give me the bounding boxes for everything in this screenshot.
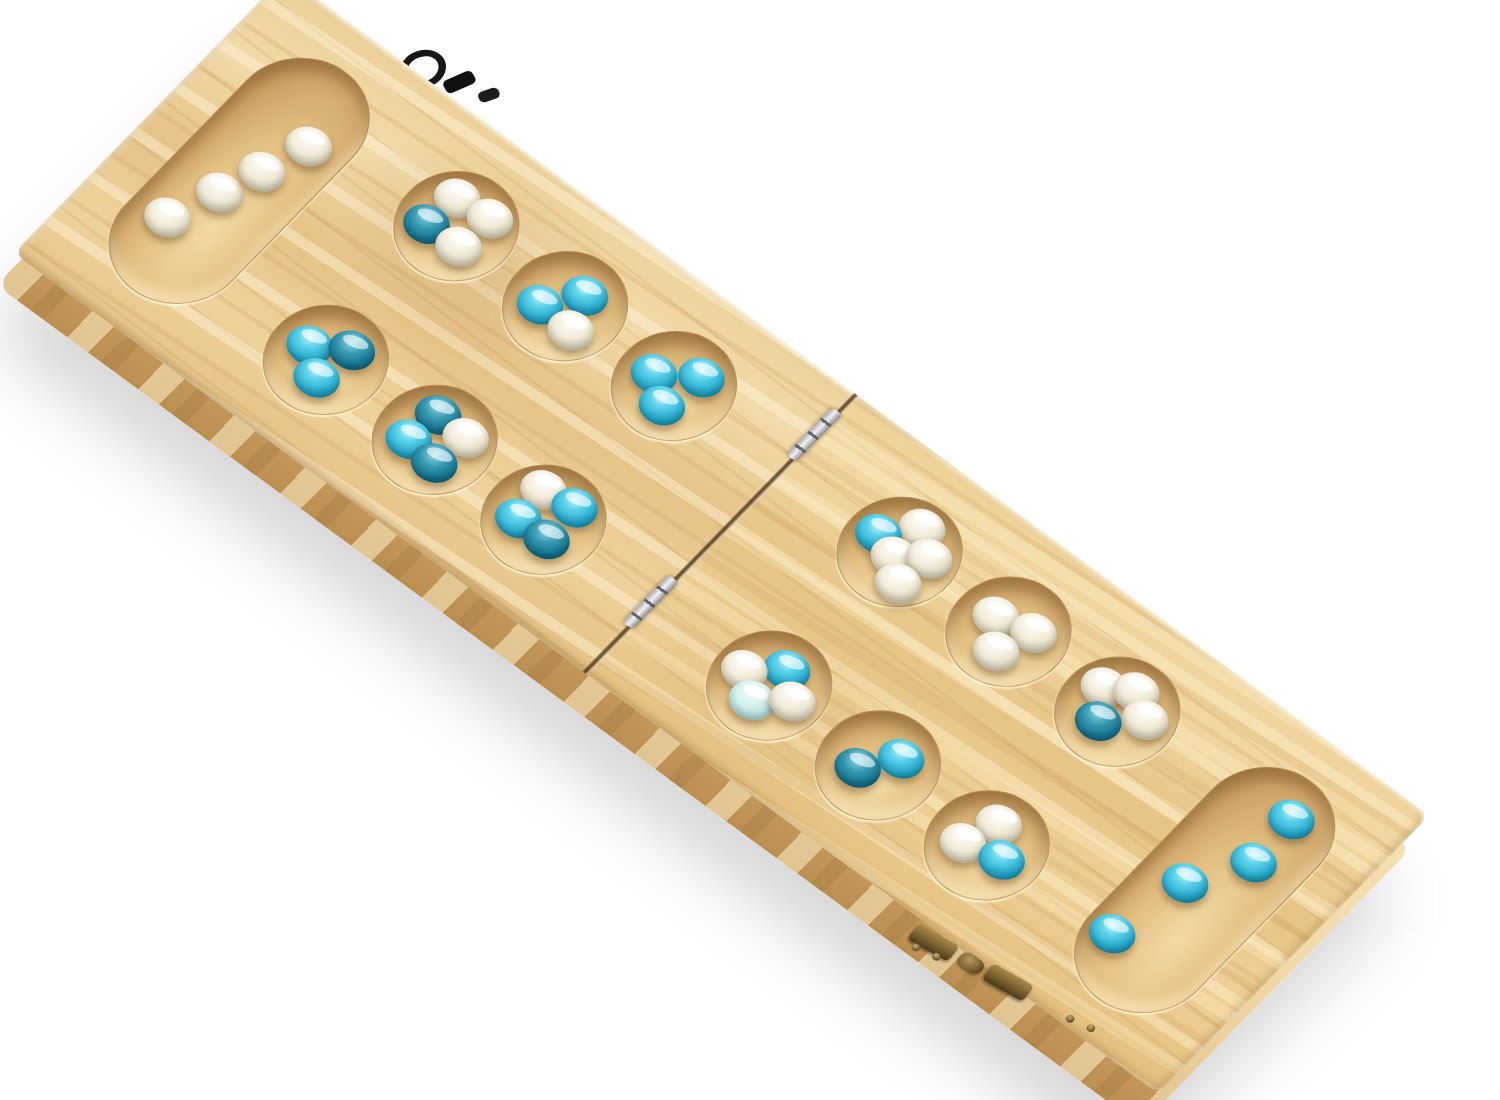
store-left [79,33,398,329]
mancala-board [13,0,1429,1094]
board-surface [13,0,1429,1094]
stone-teal [1221,834,1286,890]
product-photo-scene [0,0,1500,1100]
stone-teal [1152,855,1217,911]
stone-teal [1259,792,1324,848]
stone-clear [276,118,341,174]
clasp-nub-icon [477,86,501,103]
stone-clear [135,189,200,245]
stone-teal [1079,905,1144,961]
screw-icon [931,952,943,962]
latch-knob-icon [955,950,987,977]
clasp-bar-icon [441,69,477,94]
